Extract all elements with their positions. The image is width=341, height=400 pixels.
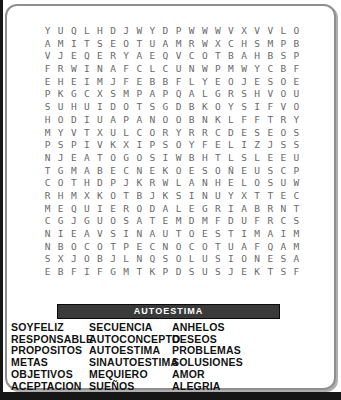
grid-cell[interactable]: J — [238, 76, 251, 89]
grid-cell[interactable]: F — [67, 266, 80, 279]
grid-cell[interactable]: B — [277, 63, 290, 76]
grid-cell[interactable]: Ñ — [224, 165, 237, 178]
grid-cell[interactable]: M — [264, 38, 277, 51]
grid-cell[interactable]: B — [185, 114, 198, 127]
grid-cell[interactable]: J — [67, 215, 80, 228]
grid-cell[interactable]: M — [224, 63, 237, 76]
grid-cell[interactable]: U — [251, 165, 264, 178]
grid-cell[interactable]: D — [185, 215, 198, 228]
grid-cell[interactable]: A — [41, 38, 54, 51]
grid-cell[interactable]: C — [80, 88, 93, 101]
grid-cell[interactable]: G — [159, 101, 172, 114]
grid-cell[interactable]: Y — [198, 76, 211, 89]
grid-cell[interactable]: Q — [159, 50, 172, 63]
grid-cell[interactable]: E — [185, 165, 198, 178]
grid-cell[interactable]: P — [277, 38, 290, 51]
grid-cell[interactable]: O — [80, 253, 93, 266]
grid-cell[interactable]: I — [185, 190, 198, 203]
grid-cell[interactable]: D — [93, 177, 106, 190]
grid-cell[interactable]: H — [54, 190, 67, 203]
grid-cell[interactable]: T — [146, 215, 159, 228]
grid-cell[interactable]: A — [238, 241, 251, 254]
grid-cell[interactable]: K — [93, 190, 106, 203]
grid-cell[interactable]: N — [198, 114, 211, 127]
grid-cell[interactable]: N — [198, 177, 211, 190]
grid-cell[interactable]: O — [211, 165, 224, 178]
grid-cell[interactable]: E — [67, 76, 80, 89]
grid-cell[interactable]: A — [185, 177, 198, 190]
grid-cell[interactable]: G — [80, 215, 93, 228]
grid-cell[interactable]: T — [211, 152, 224, 165]
grid-cell[interactable]: W — [67, 63, 80, 76]
grid-cell[interactable]: B — [146, 76, 159, 89]
grid-cell[interactable]: E — [211, 76, 224, 89]
grid-cell[interactable]: M — [290, 228, 303, 241]
grid-cell[interactable]: U — [211, 190, 224, 203]
grid-cell[interactable]: E — [146, 165, 159, 178]
grid-cell[interactable]: D — [107, 25, 120, 38]
grid-cell[interactable]: K — [133, 177, 146, 190]
grid-cell[interactable]: D — [172, 101, 185, 114]
grid-cell[interactable]: H — [54, 76, 67, 89]
grid-cell[interactable]: K — [211, 114, 224, 127]
grid-cell[interactable]: T — [133, 266, 146, 279]
grid-cell[interactable]: C — [159, 63, 172, 76]
grid-cell[interactable]: R — [224, 88, 237, 101]
grid-cell[interactable]: A — [80, 152, 93, 165]
grid-cell[interactable]: V — [251, 25, 264, 38]
grid-cell[interactable]: C — [277, 165, 290, 178]
grid-cell[interactable]: R — [41, 190, 54, 203]
grid-cell[interactable]: L — [172, 177, 185, 190]
grid-cell[interactable]: R — [277, 114, 290, 127]
grid-cell[interactable]: D — [159, 25, 172, 38]
grid-cell[interactable]: U — [172, 63, 185, 76]
grid-cell[interactable]: C — [133, 63, 146, 76]
grid-cell[interactable]: S — [211, 266, 224, 279]
grid-cell[interactable]: S — [211, 253, 224, 266]
grid-cell[interactable]: N — [93, 63, 106, 76]
grid-cell[interactable]: F — [120, 63, 133, 76]
grid-cell[interactable]: P — [107, 177, 120, 190]
grid-cell[interactable]: E — [277, 190, 290, 203]
grid-cell[interactable]: F — [41, 63, 54, 76]
grid-cell[interactable]: U — [80, 203, 93, 216]
grid-cell[interactable]: A — [159, 203, 172, 216]
grid-cell[interactable]: S — [54, 139, 67, 152]
grid-cell[interactable]: L — [80, 25, 93, 38]
grid-cell[interactable]: A — [133, 215, 146, 228]
grid-cell[interactable]: A — [146, 228, 159, 241]
grid-cell[interactable]: I — [80, 76, 93, 89]
grid-cell[interactable]: J — [146, 190, 159, 203]
grid-cell[interactable]: L — [185, 253, 198, 266]
grid-cell[interactable]: O — [224, 76, 237, 89]
grid-cell[interactable]: O — [107, 152, 120, 165]
grid-cell[interactable]: X — [211, 38, 224, 51]
grid-cell[interactable]: O — [277, 88, 290, 101]
grid-cell[interactable]: J — [120, 177, 133, 190]
grid-cell[interactable]: B — [224, 50, 237, 63]
grid-cell[interactable]: S — [185, 266, 198, 279]
grid-cell[interactable]: M — [120, 88, 133, 101]
grid-cell[interactable]: R — [185, 127, 198, 140]
grid-cell[interactable]: Q — [67, 25, 80, 38]
grid-cell[interactable]: S — [290, 215, 303, 228]
grid-cell[interactable]: J — [107, 253, 120, 266]
grid-cell[interactable]: V — [264, 25, 277, 38]
grid-cell[interactable]: U — [277, 177, 290, 190]
grid-cell[interactable]: O — [54, 177, 67, 190]
grid-cell[interactable]: Y — [146, 25, 159, 38]
grid-cell[interactable]: D — [172, 266, 185, 279]
grid-cell[interactable]: C — [133, 127, 146, 140]
grid-cell[interactable]: V — [277, 101, 290, 114]
grid-cell[interactable]: D — [146, 203, 159, 216]
grid-cell[interactable]: L — [238, 177, 251, 190]
grid-cell[interactable]: K — [54, 88, 67, 101]
grid-cell[interactable]: A — [277, 241, 290, 254]
grid-cell[interactable]: I — [80, 266, 93, 279]
grid-cell[interactable]: R — [120, 203, 133, 216]
grid-cell[interactable]: R — [159, 127, 172, 140]
grid-cell[interactable]: G — [67, 88, 80, 101]
grid-cell[interactable]: I — [224, 203, 237, 216]
grid-cell[interactable]: O — [54, 114, 67, 127]
grid-cell[interactable]: C — [185, 50, 198, 63]
grid-cell[interactable]: O — [277, 76, 290, 89]
grid-cell[interactable]: M — [41, 203, 54, 216]
grid-cell[interactable]: F — [120, 76, 133, 89]
grid-cell[interactable]: T — [290, 203, 303, 216]
grid-cell[interactable]: N — [277, 203, 290, 216]
grid-cell[interactable]: S — [264, 165, 277, 178]
grid-cell[interactable]: B — [264, 50, 277, 63]
grid-cell[interactable]: S — [277, 266, 290, 279]
grid-cell[interactable]: L — [120, 127, 133, 140]
grid-cell[interactable]: T — [80, 127, 93, 140]
grid-cell[interactable]: K — [198, 101, 211, 114]
grid-cell[interactable]: L — [251, 152, 264, 165]
grid-cell[interactable]: G — [54, 165, 67, 178]
grid-cell[interactable]: N — [185, 63, 198, 76]
grid-cell[interactable]: I — [93, 203, 106, 216]
grid-cell[interactable]: F — [251, 114, 264, 127]
grid-cell[interactable]: W — [198, 63, 211, 76]
grid-cell[interactable]: E — [67, 152, 80, 165]
grid-cell[interactable]: G — [198, 203, 211, 216]
grid-cell[interactable]: R — [211, 203, 224, 216]
grid-cell[interactable]: P — [41, 88, 54, 101]
grid-cell[interactable]: E — [41, 76, 54, 89]
grid-cell[interactable]: E — [67, 50, 80, 63]
grid-cell[interactable]: I — [238, 228, 251, 241]
grid-cell[interactable]: S — [198, 165, 211, 178]
grid-cell[interactable]: P — [290, 165, 303, 178]
grid-cell[interactable]: Y — [41, 25, 54, 38]
grid-cell[interactable]: S — [264, 177, 277, 190]
grid-cell[interactable]: W — [290, 177, 303, 190]
grid-cell[interactable]: A — [238, 50, 251, 63]
grid-cell[interactable]: G — [211, 88, 224, 101]
grid-cell[interactable]: E — [264, 253, 277, 266]
grid-cell[interactable]: T — [107, 241, 120, 254]
grid-cell[interactable]: U — [198, 253, 211, 266]
grid-cell[interactable]: U — [146, 38, 159, 51]
grid-cell[interactable]: C — [290, 190, 303, 203]
grid-cell[interactable]: Y — [290, 114, 303, 127]
grid-cell[interactable]: A — [159, 38, 172, 51]
grid-cell[interactable]: L — [120, 253, 133, 266]
grid-cell[interactable]: X — [54, 253, 67, 266]
grid-cell[interactable]: O — [146, 127, 159, 140]
grid-cell[interactable]: I — [80, 139, 93, 152]
grid-cell[interactable]: A — [80, 228, 93, 241]
grid-cell[interactable]: I — [80, 114, 93, 127]
grid-cell[interactable]: A — [107, 114, 120, 127]
grid-cell[interactable]: L — [172, 203, 185, 216]
grid-cell[interactable]: F — [172, 76, 185, 89]
grid-cell[interactable]: G — [54, 215, 67, 228]
grid-cell[interactable]: S — [277, 139, 290, 152]
grid-cell[interactable]: M — [67, 190, 80, 203]
grid-cell[interactable]: T — [80, 38, 93, 51]
grid-cell[interactable]: T — [133, 101, 146, 114]
grid-cell[interactable]: O — [120, 38, 133, 51]
grid-cell[interactable]: J — [264, 139, 277, 152]
grid-cell[interactable]: S — [277, 253, 290, 266]
grid-cell[interactable]: O — [172, 139, 185, 152]
grid-cell[interactable]: C — [185, 241, 198, 254]
grid-cell[interactable]: L — [224, 114, 237, 127]
grid-cell[interactable]: A — [80, 165, 93, 178]
grid-cell[interactable]: O — [93, 241, 106, 254]
grid-cell[interactable]: M — [54, 38, 67, 51]
grid-cell[interactable]: A — [238, 203, 251, 216]
grid-cell[interactable]: N — [41, 228, 54, 241]
grid-cell[interactable]: R — [264, 203, 277, 216]
grid-cell[interactable]: T — [264, 266, 277, 279]
grid-cell[interactable]: W — [172, 152, 185, 165]
grid-cell[interactable]: U — [290, 88, 303, 101]
grid-cell[interactable]: M — [251, 228, 264, 241]
grid-cell[interactable]: C — [80, 241, 93, 254]
grid-cell[interactable]: Q — [80, 50, 93, 63]
grid-cell[interactable]: O — [107, 215, 120, 228]
grid-cell[interactable]: T — [172, 228, 185, 241]
grid-cell[interactable]: A — [107, 63, 120, 76]
grid-cell[interactable]: N — [146, 114, 159, 127]
grid-cell[interactable]: S — [107, 228, 120, 241]
grid-cell[interactable]: M — [172, 38, 185, 51]
grid-cell[interactable]: T — [67, 177, 80, 190]
grid-cell[interactable]: P — [159, 266, 172, 279]
grid-cell[interactable]: C — [120, 165, 133, 178]
grid-cell[interactable]: I — [224, 253, 237, 266]
grid-cell[interactable]: Y — [224, 101, 237, 114]
grid-cell[interactable]: O — [198, 50, 211, 63]
grid-cell[interactable]: E — [251, 76, 264, 89]
grid-cell[interactable]: E — [93, 50, 106, 63]
grid-cell[interactable]: Y — [185, 139, 198, 152]
grid-cell[interactable]: H — [211, 177, 224, 190]
grid-cell[interactable]: Y — [251, 63, 264, 76]
grid-cell[interactable]: F — [290, 63, 303, 76]
grid-cell[interactable]: T — [211, 50, 224, 63]
grid-cell[interactable]: C — [146, 241, 159, 254]
grid-cell[interactable]: G — [120, 152, 133, 165]
grid-cell[interactable]: N — [251, 253, 264, 266]
grid-cell[interactable]: A — [264, 228, 277, 241]
grid-cell[interactable]: A — [133, 114, 146, 127]
grid-cell[interactable]: P — [290, 50, 303, 63]
grid-cell[interactable]: I — [238, 139, 251, 152]
grid-cell[interactable]: U — [54, 101, 67, 114]
grid-cell[interactable]: O — [277, 127, 290, 140]
grid-cell[interactable]: T — [251, 190, 264, 203]
grid-cell[interactable]: H — [251, 50, 264, 63]
grid-cell[interactable]: E — [107, 165, 120, 178]
grid-cell[interactable]: L — [198, 88, 211, 101]
grid-cell[interactable]: G — [107, 266, 120, 279]
grid-cell[interactable]: R — [146, 177, 159, 190]
grid-cell[interactable]: N — [159, 241, 172, 254]
grid-cell[interactable]: L — [224, 152, 237, 165]
grid-cell[interactable]: P — [159, 88, 172, 101]
grid-cell[interactable]: W — [198, 38, 211, 51]
grid-cell[interactable]: O — [172, 241, 185, 254]
grid-cell[interactable]: C — [277, 215, 290, 228]
grid-cell[interactable]: E — [41, 266, 54, 279]
grid-cell[interactable]: F — [290, 266, 303, 279]
grid-cell[interactable]: E — [264, 127, 277, 140]
grid-cell[interactable]: Y — [54, 127, 67, 140]
grid-cell[interactable]: K — [159, 190, 172, 203]
grid-cell[interactable]: O — [211, 101, 224, 114]
grid-cell[interactable]: I — [277, 228, 290, 241]
grid-cell[interactable]: S — [211, 228, 224, 241]
grid-cell[interactable]: F — [251, 241, 264, 254]
grid-cell[interactable]: B — [93, 165, 106, 178]
grid-cell[interactable]: X — [238, 25, 251, 38]
grid-cell[interactable]: T — [133, 38, 146, 51]
grid-cell[interactable]: H — [238, 38, 251, 51]
grid-cell[interactable]: U — [159, 228, 172, 241]
grid-cell[interactable]: W — [185, 25, 198, 38]
grid-cell[interactable]: S — [172, 190, 185, 203]
grid-cell[interactable]: R — [54, 63, 67, 76]
grid-cell[interactable]: J — [54, 50, 67, 63]
grid-cell[interactable]: A — [290, 253, 303, 266]
grid-cell[interactable]: U — [238, 215, 251, 228]
grid-cell[interactable]: P — [120, 114, 133, 127]
grid-cell[interactable]: V — [93, 228, 106, 241]
grid-cell[interactable]: P — [211, 63, 224, 76]
grid-cell[interactable]: X — [120, 139, 133, 152]
grid-cell[interactable]: T — [224, 228, 237, 241]
grid-cell[interactable]: O — [251, 177, 264, 190]
grid-cell[interactable]: X — [80, 190, 93, 203]
grid-cell[interactable]: T — [41, 165, 54, 178]
grid-cell[interactable]: S — [251, 38, 264, 51]
grid-cell[interactable]: E — [264, 152, 277, 165]
grid-cell[interactable]: Q — [172, 88, 185, 101]
grid-cell[interactable]: P — [41, 139, 54, 152]
grid-cell[interactable]: J — [54, 152, 67, 165]
grid-cell[interactable]: N — [198, 190, 211, 203]
grid-cell[interactable]: P — [146, 139, 159, 152]
grid-cell[interactable]: O — [67, 241, 80, 254]
grid-cell[interactable]: Y — [120, 50, 133, 63]
grid-cell[interactable]: S — [120, 215, 133, 228]
grid-cell[interactable]: K — [159, 165, 172, 178]
grid-cell[interactable]: S — [146, 152, 159, 165]
grid-cell[interactable]: S — [290, 127, 303, 140]
grid-cell[interactable]: E — [54, 203, 67, 216]
grid-cell[interactable]: A — [146, 88, 159, 101]
grid-cell[interactable]: X — [238, 190, 251, 203]
grid-cell[interactable]: J — [67, 253, 80, 266]
grid-cell[interactable]: I — [80, 63, 93, 76]
grid-cell[interactable]: P — [67, 139, 80, 152]
grid-cell[interactable]: S — [277, 50, 290, 63]
grid-cell[interactable]: K — [107, 139, 120, 152]
grid-cell[interactable]: B — [54, 241, 67, 254]
grid-cell[interactable]: V — [67, 127, 80, 140]
grid-cell[interactable]: I — [159, 152, 172, 165]
grid-cell[interactable]: U — [107, 127, 120, 140]
grid-cell[interactable]: U — [93, 114, 106, 127]
grid-cell[interactable]: O — [238, 253, 251, 266]
grid-cell[interactable]: S — [107, 88, 120, 101]
grid-cell[interactable]: S — [238, 152, 251, 165]
grid-cell[interactable]: E — [224, 177, 237, 190]
grid-cell[interactable]: T — [264, 190, 277, 203]
grid-cell[interactable]: B — [159, 76, 172, 89]
grid-cell[interactable]: J — [107, 76, 120, 89]
grid-cell[interactable]: E — [238, 127, 251, 140]
grid-cell[interactable]: S — [159, 139, 172, 152]
grid-cell[interactable]: C — [41, 215, 54, 228]
grid-cell[interactable]: D — [224, 215, 237, 228]
grid-cell[interactable]: T — [120, 190, 133, 203]
grid-cell[interactable]: O — [290, 101, 303, 114]
grid-cell[interactable]: L — [277, 25, 290, 38]
grid-cell[interactable]: Z — [251, 139, 264, 152]
grid-cell[interactable]: B — [133, 190, 146, 203]
grid-cell[interactable]: S — [251, 127, 264, 140]
grid-cell[interactable]: I — [54, 228, 67, 241]
grid-cell[interactable]: S — [264, 76, 277, 89]
grid-cell[interactable]: U — [290, 152, 303, 165]
grid-cell[interactable]: S — [238, 88, 251, 101]
grid-cell[interactable]: N — [41, 241, 54, 254]
grid-cell[interactable]: Y — [172, 127, 185, 140]
grid-cell[interactable]: H — [198, 152, 211, 165]
grid-cell[interactable]: W — [211, 25, 224, 38]
grid-cell[interactable]: R — [185, 38, 198, 51]
grid-cell[interactable]: O — [133, 152, 146, 165]
grid-cell[interactable]: O — [185, 228, 198, 241]
grid-cell[interactable]: B — [93, 253, 106, 266]
grid-cell[interactable]: P — [172, 25, 185, 38]
grid-cell[interactable]: E — [238, 165, 251, 178]
grid-cell[interactable]: R — [264, 215, 277, 228]
grid-cell[interactable]: M — [41, 127, 54, 140]
grid-cell[interactable]: O — [133, 203, 146, 216]
grid-cell[interactable]: H — [80, 177, 93, 190]
grid-cell[interactable]: E — [67, 228, 80, 241]
